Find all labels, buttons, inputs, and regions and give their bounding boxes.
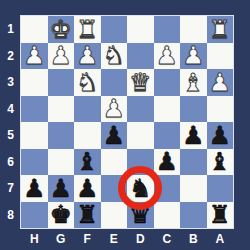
- file-label-E: E: [101, 228, 128, 250]
- square-g4[interactable]: [48, 96, 75, 123]
- square-g7[interactable]: ♟: [48, 175, 75, 202]
- rank-label-4: 4: [0, 96, 21, 123]
- piece-white-pawn: ♟: [156, 43, 178, 68]
- piece-white-knight: ♞: [76, 70, 98, 95]
- square-c3[interactable]: [154, 69, 181, 96]
- piece-white-pawn: ♟: [209, 70, 231, 95]
- piece-black-pawn: ♟: [182, 123, 204, 148]
- rank-label-7: 7: [0, 175, 21, 202]
- square-c1[interactable]: [154, 16, 181, 43]
- square-f1[interactable]: ♜: [74, 16, 101, 43]
- square-g3[interactable]: [48, 69, 75, 96]
- square-e2[interactable]: ♞: [101, 43, 128, 70]
- piece-black-rook: ♜: [76, 202, 98, 227]
- square-h6[interactable]: [21, 149, 48, 176]
- piece-black-king: ♚: [50, 202, 72, 227]
- piece-white-pawn: ♟: [103, 96, 125, 121]
- square-f2[interactable]: ♟: [74, 43, 101, 70]
- square-e3[interactable]: [101, 69, 128, 96]
- square-b1[interactable]: [180, 16, 207, 43]
- piece-black-rook: ♜: [209, 202, 231, 227]
- square-h8[interactable]: [21, 202, 48, 229]
- square-a7[interactable]: [207, 175, 234, 202]
- square-d4[interactable]: [127, 96, 154, 123]
- square-h1[interactable]: [21, 16, 48, 43]
- file-labels: HGFEDCBA: [21, 228, 233, 250]
- square-a4[interactable]: [207, 96, 234, 123]
- piece-black-pawn: ♟: [103, 123, 125, 148]
- square-h2[interactable]: ♟: [21, 43, 48, 70]
- piece-white-pawn: ♟: [23, 43, 45, 68]
- chess-board: ♚♜♜♟♟♟♞♟♟♞♛♝♟♟♟♟♟♝♟♝♟♟♟♞♚♜♛♜: [21, 16, 233, 228]
- square-d7[interactable]: ♞: [127, 175, 154, 202]
- square-b6[interactable]: [180, 149, 207, 176]
- square-a1[interactable]: ♜: [207, 16, 234, 43]
- square-f7[interactable]: ♟: [74, 175, 101, 202]
- square-e1[interactable]: [101, 16, 128, 43]
- piece-black-pawn: ♟: [156, 149, 178, 174]
- piece-white-king: ♚: [50, 17, 72, 42]
- square-f8[interactable]: ♜: [74, 202, 101, 229]
- rank-label-2: 2: [0, 43, 21, 70]
- square-c2[interactable]: ♟: [154, 43, 181, 70]
- board-frame: 12345678 ♚♜♜♟♟♟♞♟♟♞♛♝♟♟♟♟♟♝♟♝♟♟♟♞♚♜♛♜ HG…: [0, 0, 250, 250]
- square-e8[interactable]: [101, 202, 128, 229]
- square-f3[interactable]: ♞: [74, 69, 101, 96]
- square-d1[interactable]: [127, 16, 154, 43]
- piece-black-pawn: ♟: [23, 176, 45, 201]
- piece-black-queen: ♛: [129, 202, 151, 227]
- file-label-D: D: [127, 228, 154, 250]
- square-b5[interactable]: ♟: [180, 122, 207, 149]
- square-b8[interactable]: [180, 202, 207, 229]
- square-d6[interactable]: [127, 149, 154, 176]
- square-g5[interactable]: [48, 122, 75, 149]
- square-f4[interactable]: [74, 96, 101, 123]
- file-label-H: H: [21, 228, 48, 250]
- square-f5[interactable]: [74, 122, 101, 149]
- square-a5[interactable]: ♟: [207, 122, 234, 149]
- square-f6[interactable]: ♝: [74, 149, 101, 176]
- piece-white-rook: ♜: [76, 17, 98, 42]
- square-a2[interactable]: [207, 43, 234, 70]
- file-label-G: G: [48, 228, 75, 250]
- piece-black-pawn: ♟: [50, 176, 72, 201]
- square-h4[interactable]: [21, 96, 48, 123]
- square-c8[interactable]: [154, 202, 181, 229]
- piece-black-bishop: ♝: [76, 149, 98, 174]
- square-d2[interactable]: [127, 43, 154, 70]
- square-c6[interactable]: ♟: [154, 149, 181, 176]
- square-c4[interactable]: [154, 96, 181, 123]
- square-a8[interactable]: ♜: [207, 202, 234, 229]
- square-g6[interactable]: [48, 149, 75, 176]
- square-e5[interactable]: ♟: [101, 122, 128, 149]
- piece-white-pawn: ♟: [182, 43, 204, 68]
- square-e4[interactable]: ♟: [101, 96, 128, 123]
- square-h7[interactable]: ♟: [21, 175, 48, 202]
- piece-white-rook: ♜: [209, 17, 231, 42]
- square-g1[interactable]: ♚: [48, 16, 75, 43]
- piece-white-queen: ♛: [129, 70, 151, 95]
- square-e6[interactable]: [101, 149, 128, 176]
- square-h3[interactable]: [21, 69, 48, 96]
- file-label-F: F: [74, 228, 101, 250]
- square-d3[interactable]: ♛: [127, 69, 154, 96]
- piece-black-bishop: ♝: [209, 149, 231, 174]
- piece-black-knight: ♞: [129, 176, 151, 201]
- file-label-C: C: [154, 228, 181, 250]
- piece-white-bishop: ♝: [182, 70, 204, 95]
- square-b4[interactable]: [180, 96, 207, 123]
- file-label-A: A: [207, 228, 234, 250]
- rank-label-8: 8: [0, 202, 21, 229]
- piece-black-pawn: ♟: [76, 176, 98, 201]
- rank-labels: 12345678: [0, 16, 21, 228]
- rank-label-5: 5: [0, 122, 21, 149]
- square-g2[interactable]: ♟: [48, 43, 75, 70]
- square-h5[interactable]: [21, 122, 48, 149]
- rank-label-3: 3: [0, 69, 21, 96]
- square-a3[interactable]: ♟: [207, 69, 234, 96]
- piece-white-knight: ♞: [103, 43, 125, 68]
- piece-white-pawn: ♟: [76, 43, 98, 68]
- square-b7[interactable]: [180, 175, 207, 202]
- square-g8[interactable]: ♚: [48, 202, 75, 229]
- square-a6[interactable]: ♝: [207, 149, 234, 176]
- piece-white-pawn: ♟: [50, 43, 72, 68]
- square-d8[interactable]: ♛: [127, 202, 154, 229]
- square-b3[interactable]: ♝: [180, 69, 207, 96]
- rank-label-6: 6: [0, 149, 21, 176]
- square-d5[interactable]: [127, 122, 154, 149]
- piece-black-pawn: ♟: [209, 123, 231, 148]
- file-label-B: B: [180, 228, 207, 250]
- square-c5[interactable]: [154, 122, 181, 149]
- square-e7[interactable]: [101, 175, 128, 202]
- square-c7[interactable]: [154, 175, 181, 202]
- square-b2[interactable]: ♟: [180, 43, 207, 70]
- rank-label-1: 1: [0, 16, 21, 43]
